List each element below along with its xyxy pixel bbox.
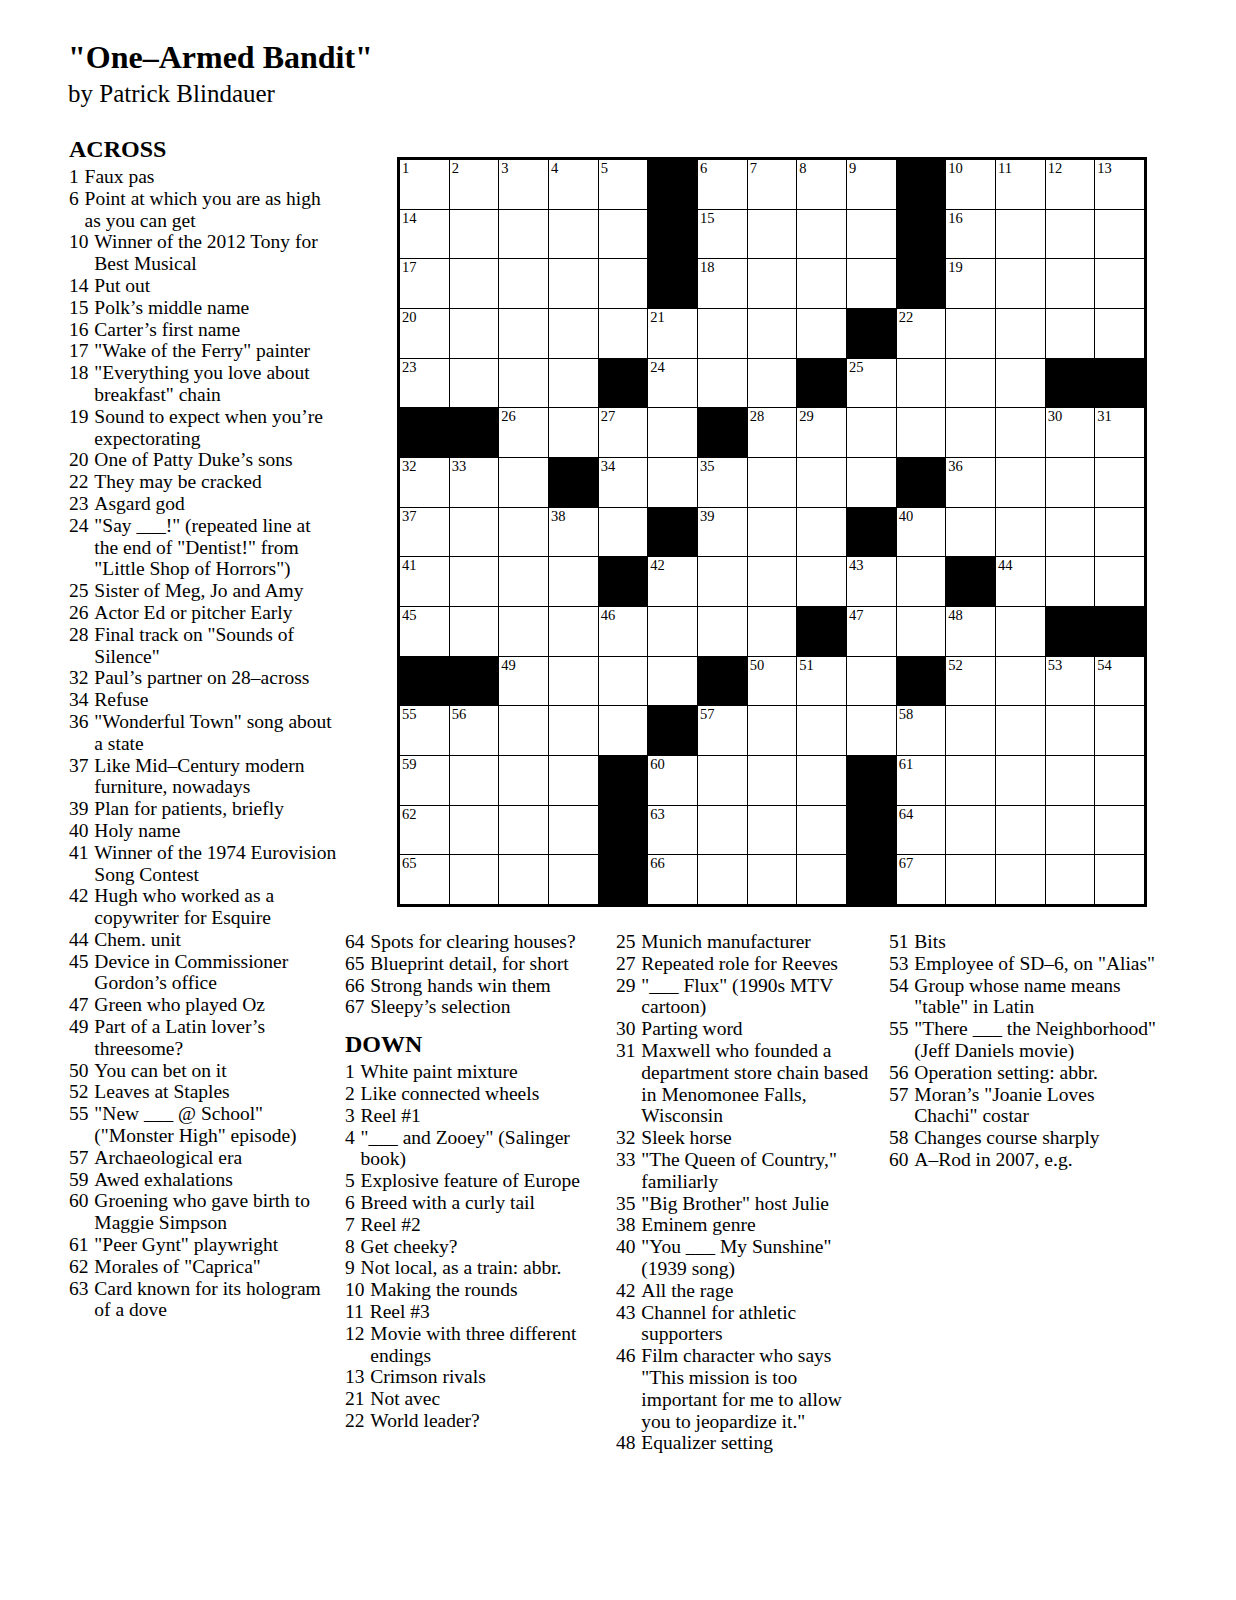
clue-number: 54	[889, 975, 909, 1019]
white-cell[interactable]: 21	[648, 309, 697, 358]
white-cell[interactable]	[946, 756, 995, 805]
cell-number: 2	[452, 160, 459, 177]
white-cell[interactable]	[847, 458, 896, 507]
white-cell[interactable]: 52	[946, 657, 995, 706]
white-cell[interactable]	[946, 408, 995, 457]
white-cell[interactable]	[847, 706, 896, 755]
clue-number: 42	[616, 1280, 636, 1302]
white-cell[interactable]	[996, 756, 1045, 805]
clue-item: 50You can bet on it	[69, 1060, 337, 1082]
white-cell[interactable]	[1046, 309, 1095, 358]
clue-item: 27Repeated role for Reeves	[616, 953, 874, 975]
white-cell[interactable]	[946, 806, 995, 855]
clue-text: Not local, as a train: abbr.	[361, 1257, 601, 1279]
white-cell[interactable]	[897, 359, 946, 408]
white-cell[interactable]	[450, 806, 499, 855]
clue-item: 19Sound to expect when you’re expectorat…	[69, 406, 337, 450]
clue-text: "Everything you love about breakfast" ch…	[94, 362, 337, 406]
white-cell[interactable]: 3	[499, 160, 548, 209]
white-cell[interactable]	[450, 756, 499, 805]
clue-item: 5Explosive feature of Europe	[345, 1170, 601, 1192]
clue-item: 1Faux pas	[69, 166, 337, 188]
clue-text: Holy name	[94, 820, 337, 842]
white-cell[interactable]: 25	[847, 359, 896, 408]
clue-text: Get cheeky?	[361, 1236, 601, 1258]
clue-text: Like Mid–Century modern furniture, nowad…	[94, 755, 337, 799]
white-cell[interactable]	[1095, 210, 1144, 259]
white-cell[interactable]	[1095, 756, 1144, 805]
clue-number: 39	[69, 798, 89, 820]
cell-number: 12	[1048, 160, 1063, 177]
white-cell[interactable]	[748, 806, 797, 855]
white-cell[interactable]: 56	[450, 706, 499, 755]
cell-number: 22	[899, 309, 914, 326]
white-cell[interactable]	[797, 855, 846, 904]
cell-number: 59	[402, 756, 417, 773]
white-cell[interactable]	[698, 607, 747, 656]
white-cell[interactable]: 15	[698, 210, 747, 259]
clue-number: 50	[69, 1060, 89, 1082]
black-cell	[698, 657, 747, 706]
black-cell	[698, 408, 747, 457]
cell-number: 47	[849, 607, 864, 624]
white-cell[interactable]	[1095, 309, 1144, 358]
white-cell[interactable]: 28	[748, 408, 797, 457]
black-cell	[599, 855, 648, 904]
white-cell[interactable]: 31	[1095, 408, 1144, 457]
white-cell[interactable]: 23	[400, 359, 449, 408]
white-cell[interactable]	[1095, 855, 1144, 904]
white-cell[interactable]: 38	[549, 508, 598, 557]
white-cell[interactable]	[1046, 706, 1095, 755]
white-cell[interactable]	[748, 756, 797, 805]
white-cell[interactable]	[549, 706, 598, 755]
cell-number: 45	[402, 607, 417, 624]
white-cell[interactable]	[847, 259, 896, 308]
white-cell[interactable]	[698, 309, 747, 358]
white-cell[interactable]	[450, 210, 499, 259]
white-cell[interactable]: 51	[797, 657, 846, 706]
white-cell[interactable]	[499, 210, 548, 259]
white-cell[interactable]	[897, 557, 946, 606]
white-cell[interactable]	[996, 408, 1045, 457]
white-cell[interactable]: 47	[847, 607, 896, 656]
clue-text: Equalizer setting	[641, 1432, 874, 1454]
clue-item: 32Paul’s partner on 28–across	[69, 667, 337, 689]
clue-item: 44Chem. unit	[69, 929, 337, 951]
white-cell[interactable]	[1046, 855, 1095, 904]
white-cell[interactable]: 20	[400, 309, 449, 358]
white-cell[interactable]	[499, 458, 548, 507]
white-cell[interactable]: 64	[897, 806, 946, 855]
clue-item: 36"Wonderful Town" song about a state	[69, 711, 337, 755]
clue-item: 10Winner of the 2012 Tony for Best Music…	[69, 231, 337, 275]
white-cell[interactable]: 8	[797, 160, 846, 209]
white-cell[interactable]	[847, 408, 896, 457]
white-cell[interactable]	[648, 657, 697, 706]
white-cell[interactable]	[549, 657, 598, 706]
crossword-grid: 1234567891011121314151617181920212223242…	[397, 157, 1147, 907]
clue-text: Employee of SD–6, on "Alias"	[914, 953, 1161, 975]
white-cell[interactable]	[996, 309, 1045, 358]
white-cell[interactable]	[1046, 210, 1095, 259]
white-cell[interactable]: 30	[1046, 408, 1095, 457]
clue-number: 60	[889, 1149, 909, 1171]
white-cell[interactable]	[499, 607, 548, 656]
white-cell[interactable]	[996, 806, 1045, 855]
white-cell[interactable]	[549, 210, 598, 259]
cell-number: 16	[948, 210, 963, 227]
white-cell[interactable]	[499, 557, 548, 606]
clue-number: 12	[345, 1323, 365, 1367]
puzzle-title: "One–Armed Bandit"	[68, 38, 373, 76]
white-cell[interactable]	[499, 806, 548, 855]
white-cell[interactable]	[748, 855, 797, 904]
white-cell[interactable]: 44	[996, 557, 1045, 606]
white-cell[interactable]	[797, 806, 846, 855]
clue-number: 55	[889, 1018, 909, 1062]
white-cell[interactable]: 60	[648, 756, 697, 805]
white-cell[interactable]	[549, 359, 598, 408]
white-cell[interactable]	[1046, 756, 1095, 805]
white-cell[interactable]: 24	[648, 359, 697, 408]
clue-item: 7Reel #2	[345, 1214, 601, 1236]
white-cell[interactable]: 50	[748, 657, 797, 706]
cell-number: 19	[948, 259, 963, 276]
white-cell[interactable]	[549, 408, 598, 457]
white-cell[interactable]: 39	[698, 508, 747, 557]
white-cell[interactable]: 54	[1095, 657, 1144, 706]
white-cell[interactable]: 12	[1046, 160, 1095, 209]
white-cell[interactable]	[748, 557, 797, 606]
white-cell[interactable]	[499, 706, 548, 755]
clue-item: 42Hugh who worked as a copywriter for Es…	[69, 885, 337, 929]
white-cell[interactable]	[599, 210, 648, 259]
cell-number: 63	[650, 806, 665, 823]
white-cell[interactable]: 14	[400, 210, 449, 259]
white-cell[interactable]	[648, 408, 697, 457]
clue-text: "Wonderful Town" song about a state	[94, 711, 337, 755]
cell-number: 62	[402, 806, 417, 823]
white-cell[interactable]	[499, 756, 548, 805]
clue-number: 7	[345, 1214, 355, 1236]
white-cell[interactable]	[450, 607, 499, 656]
white-cell[interactable]	[549, 756, 598, 805]
white-cell[interactable]	[748, 508, 797, 557]
white-cell[interactable]	[797, 706, 846, 755]
white-cell[interactable]: 36	[946, 458, 995, 507]
white-cell[interactable]: 16	[946, 210, 995, 259]
white-cell[interactable]	[549, 259, 598, 308]
white-cell[interactable]: 55	[400, 706, 449, 755]
white-cell[interactable]: 61	[897, 756, 946, 805]
white-cell[interactable]	[450, 855, 499, 904]
clue-number: 55	[69, 1103, 89, 1147]
white-cell[interactable]	[847, 210, 896, 259]
white-cell[interactable]	[1095, 458, 1144, 507]
clue-number: 18	[69, 362, 89, 406]
cell-number: 30	[1048, 408, 1063, 425]
clue-item: 34Refuse	[69, 689, 337, 711]
white-cell[interactable]: 66	[648, 855, 697, 904]
white-cell[interactable]: 13	[1095, 160, 1144, 209]
white-cell[interactable]: 18	[698, 259, 747, 308]
white-cell[interactable]	[1095, 806, 1144, 855]
clue-text: Asgard god	[94, 493, 337, 515]
white-cell[interactable]	[549, 806, 598, 855]
white-cell[interactable]	[599, 508, 648, 557]
white-cell[interactable]	[698, 806, 747, 855]
clue-number: 62	[69, 1256, 89, 1278]
white-cell[interactable]	[748, 607, 797, 656]
white-cell[interactable]	[450, 259, 499, 308]
white-cell[interactable]	[450, 508, 499, 557]
white-cell[interactable]	[996, 855, 1045, 904]
white-cell[interactable]	[797, 210, 846, 259]
white-cell[interactable]	[1095, 259, 1144, 308]
white-cell[interactable]	[748, 309, 797, 358]
white-cell[interactable]: 26	[499, 408, 548, 457]
white-cell[interactable]	[748, 359, 797, 408]
clue-item: 52Leaves at Staples	[69, 1081, 337, 1103]
clue-item: 65Blueprint detail, for short	[345, 953, 601, 975]
white-cell[interactable]	[1046, 259, 1095, 308]
white-cell[interactable]: 34	[599, 458, 648, 507]
cell-number: 18	[700, 259, 715, 276]
clue-item: 25Sister of Meg, Jo and Amy	[69, 580, 337, 602]
white-cell[interactable]	[748, 210, 797, 259]
white-cell[interactable]: 9	[847, 160, 896, 209]
white-cell[interactable]	[698, 359, 747, 408]
white-cell[interactable]: 29	[797, 408, 846, 457]
down-header: DOWN	[345, 1031, 601, 1058]
white-cell[interactable]: 35	[698, 458, 747, 507]
white-cell[interactable]	[946, 309, 995, 358]
clue-item: 21Not avec	[345, 1388, 601, 1410]
black-cell	[1095, 359, 1144, 408]
cell-number: 1	[402, 160, 409, 177]
white-cell[interactable]	[797, 259, 846, 308]
white-cell[interactable]: 7	[748, 160, 797, 209]
white-cell[interactable]	[1095, 706, 1144, 755]
white-cell[interactable]	[549, 309, 598, 358]
clue-item: 46Film character who says "This mission …	[616, 1345, 874, 1432]
black-cell	[599, 359, 648, 408]
cell-number: 38	[551, 508, 566, 525]
white-cell[interactable]: 1	[400, 160, 449, 209]
white-cell[interactable]	[599, 259, 648, 308]
white-cell[interactable]	[599, 706, 648, 755]
white-cell[interactable]	[499, 309, 548, 358]
black-cell	[847, 309, 896, 358]
white-cell[interactable]: 63	[648, 806, 697, 855]
clue-number: 30	[616, 1018, 636, 1040]
white-cell[interactable]: 67	[897, 855, 946, 904]
clue-text: "Wake of the Ferry" painter	[94, 340, 337, 362]
clue-item: 63Card known for its hologram of a dove	[69, 1278, 337, 1322]
white-cell[interactable]: 65	[400, 855, 449, 904]
white-cell[interactable]	[748, 259, 797, 308]
clue-text: Leaves at Staples	[94, 1081, 337, 1103]
clue-text: Film character who says "This mission is…	[641, 1345, 874, 1432]
white-cell[interactable]: 37	[400, 508, 449, 557]
white-cell[interactable]	[549, 557, 598, 606]
white-cell[interactable]	[549, 607, 598, 656]
clue-text: Archaeological era	[94, 1147, 337, 1169]
cell-number: 4	[551, 160, 558, 177]
clue-number: 23	[69, 493, 89, 515]
cell-number: 36	[948, 458, 963, 475]
white-cell[interactable]: 17	[400, 259, 449, 308]
white-cell[interactable]	[599, 309, 648, 358]
white-cell[interactable]	[1095, 508, 1144, 557]
white-cell[interactable]	[499, 259, 548, 308]
clue-item: 1White paint mixture	[345, 1061, 601, 1083]
white-cell[interactable]: 53	[1046, 657, 1095, 706]
white-cell[interactable]	[499, 508, 548, 557]
white-cell[interactable]	[499, 359, 548, 408]
white-cell[interactable]: 5	[599, 160, 648, 209]
clue-text: One of Patty Duke’s sons	[94, 449, 337, 471]
cell-number: 43	[849, 557, 864, 574]
black-cell	[450, 657, 499, 706]
white-cell[interactable]	[996, 607, 1045, 656]
clue-item: 56Operation setting: abbr.	[889, 1062, 1161, 1084]
white-cell[interactable]: 59	[400, 756, 449, 805]
clue-number: 49	[69, 1016, 89, 1060]
white-cell[interactable]: 46	[599, 607, 648, 656]
white-cell[interactable]	[897, 408, 946, 457]
white-cell[interactable]	[1046, 508, 1095, 557]
white-cell[interactable]	[1046, 557, 1095, 606]
white-cell[interactable]	[797, 309, 846, 358]
white-cell[interactable]	[648, 458, 697, 507]
white-cell[interactable]	[797, 508, 846, 557]
black-cell	[648, 259, 697, 308]
white-cell[interactable]	[946, 855, 995, 904]
white-cell[interactable]	[748, 458, 797, 507]
white-cell[interactable]: 41	[400, 557, 449, 606]
clue-text: Awed exhalations	[94, 1169, 337, 1191]
white-cell[interactable]: 62	[400, 806, 449, 855]
clue-text: "There ___ the Neighborhood" (Jeff Danie…	[914, 1018, 1161, 1062]
clue-text: Maxwell who founded a department store c…	[641, 1040, 874, 1127]
clue-text: Reel #3	[370, 1301, 601, 1323]
white-cell[interactable]	[996, 508, 1045, 557]
clue-number: 6	[69, 188, 79, 232]
white-cell[interactable]: 11	[996, 160, 1045, 209]
white-cell[interactable]	[698, 855, 747, 904]
cell-number: 28	[750, 408, 765, 425]
clue-number: 48	[616, 1432, 636, 1454]
white-cell[interactable]: 4	[549, 160, 598, 209]
white-cell[interactable]: 32	[400, 458, 449, 507]
white-cell[interactable]: 6	[698, 160, 747, 209]
white-cell[interactable]: 40	[897, 508, 946, 557]
white-cell[interactable]	[996, 359, 1045, 408]
white-cell[interactable]: 2	[450, 160, 499, 209]
clue-item: 26Actor Ed or pitcher Early	[69, 602, 337, 624]
white-cell[interactable]: 19	[946, 259, 995, 308]
clue-item: 18"Everything you love about breakfast" …	[69, 362, 337, 406]
white-cell[interactable]	[748, 706, 797, 755]
clue-item: 55"New ___ @ School" ("Monster High" epi…	[69, 1103, 337, 1147]
white-cell[interactable]	[450, 359, 499, 408]
white-cell[interactable]	[996, 458, 1045, 507]
white-cell[interactable]	[1046, 806, 1095, 855]
clue-number: 57	[69, 1147, 89, 1169]
white-cell[interactable]: 10	[946, 160, 995, 209]
black-cell	[549, 458, 598, 507]
white-cell[interactable]	[946, 508, 995, 557]
clue-number: 32	[616, 1127, 636, 1149]
black-cell	[897, 259, 946, 308]
white-cell[interactable]	[1046, 458, 1095, 507]
clue-number: 1	[69, 166, 79, 188]
white-cell[interactable]	[698, 557, 747, 606]
white-cell[interactable]	[599, 657, 648, 706]
cell-number: 51	[799, 657, 814, 674]
white-cell[interactable]	[897, 607, 946, 656]
across-list-main: 1Faux pas6Point at which you are as high…	[69, 166, 337, 1321]
white-cell[interactable]	[648, 607, 697, 656]
white-cell[interactable]	[996, 706, 1045, 755]
clue-item: 61"Peer Gynt" playwright	[69, 1234, 337, 1256]
cell-number: 58	[899, 706, 914, 723]
white-cell[interactable]	[450, 309, 499, 358]
white-cell[interactable]: 27	[599, 408, 648, 457]
clue-text: Not avec	[370, 1388, 601, 1410]
clue-number: 56	[889, 1062, 909, 1084]
white-cell[interactable]	[549, 855, 598, 904]
white-cell[interactable]	[946, 359, 995, 408]
clue-item: 51Bits	[889, 931, 1161, 953]
white-cell[interactable]: 33	[450, 458, 499, 507]
white-cell[interactable]	[797, 557, 846, 606]
white-cell[interactable]	[450, 557, 499, 606]
white-cell[interactable]	[1095, 557, 1144, 606]
white-cell[interactable]	[996, 259, 1045, 308]
white-cell[interactable]	[946, 706, 995, 755]
white-cell[interactable]	[996, 657, 1045, 706]
white-cell[interactable]: 45	[400, 607, 449, 656]
white-cell[interactable]: 43	[847, 557, 896, 606]
white-cell[interactable]: 58	[897, 706, 946, 755]
clue-text: Point at which you are as high as you ca…	[85, 188, 337, 232]
clue-number: 6	[345, 1192, 355, 1214]
cell-number: 53	[1048, 657, 1063, 674]
clue-text: Bits	[914, 931, 1161, 953]
white-cell[interactable]: 57	[698, 706, 747, 755]
white-cell[interactable]: 42	[648, 557, 697, 606]
white-cell[interactable]	[797, 756, 846, 805]
white-cell[interactable]	[847, 657, 896, 706]
white-cell[interactable]	[499, 855, 548, 904]
clue-number: 35	[616, 1193, 636, 1215]
white-cell[interactable]	[698, 756, 747, 805]
cell-number: 14	[402, 210, 417, 227]
white-cell[interactable]: 22	[897, 309, 946, 358]
clue-number: 53	[889, 953, 909, 975]
clue-item: 15Polk’s middle name	[69, 297, 337, 319]
black-cell	[599, 557, 648, 606]
white-cell[interactable]	[797, 458, 846, 507]
white-cell[interactable]: 48	[946, 607, 995, 656]
white-cell[interactable]	[996, 210, 1045, 259]
white-cell[interactable]: 49	[499, 657, 548, 706]
clue-text: Changes course sharply	[914, 1127, 1161, 1149]
clue-number: 51	[889, 931, 909, 953]
